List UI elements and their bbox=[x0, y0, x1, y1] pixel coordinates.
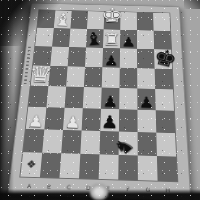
square-b2[interactable] bbox=[42, 129, 63, 153]
table-shadow-left bbox=[0, 0, 14, 200]
square-g4[interactable]: ♟ bbox=[137, 88, 155, 110]
square-g5[interactable] bbox=[137, 68, 155, 89]
square-f7[interactable]: ♟ bbox=[120, 30, 137, 49]
square-e1[interactable] bbox=[99, 154, 119, 179]
black-pawn[interactable]: ♟ bbox=[121, 35, 136, 49]
square-e5[interactable] bbox=[102, 67, 120, 88]
chessboard-photo: ♝♚♝♜♟♟♚♛♟♟♟♟♟♞❖ ABCDEFGH bbox=[0, 0, 200, 200]
square-c3[interactable]: ♟ bbox=[63, 108, 83, 131]
square-f6[interactable] bbox=[120, 48, 137, 68]
black-pawn[interactable]: ♟ bbox=[139, 95, 155, 111]
square-f4[interactable] bbox=[119, 88, 137, 110]
square-d4[interactable] bbox=[83, 87, 102, 109]
white-king[interactable]: ♚ bbox=[101, 6, 123, 26]
square-d6[interactable] bbox=[85, 47, 103, 67]
square-g2[interactable] bbox=[138, 132, 157, 156]
square-f3[interactable] bbox=[119, 109, 138, 132]
black-pawn[interactable]: ♟ bbox=[104, 54, 119, 68]
square-c6[interactable] bbox=[68, 47, 86, 67]
square-h3[interactable] bbox=[156, 110, 175, 133]
square-a5[interactable]: ♛ bbox=[31, 65, 51, 86]
square-c8[interactable] bbox=[70, 11, 88, 29]
square-c5[interactable] bbox=[66, 66, 85, 87]
square-d7[interactable]: ♝ bbox=[86, 29, 104, 48]
corner-ornament: ❖ bbox=[20, 152, 42, 177]
square-b4[interactable] bbox=[46, 86, 66, 108]
square-h2[interactable] bbox=[156, 133, 176, 157]
square-e7[interactable]: ♜ bbox=[103, 29, 120, 48]
square-c4[interactable] bbox=[65, 87, 84, 109]
square-b1[interactable] bbox=[40, 153, 61, 178]
square-b3[interactable] bbox=[44, 107, 64, 130]
square-g3[interactable] bbox=[137, 110, 156, 133]
square-d1[interactable] bbox=[79, 154, 99, 179]
square-a3[interactable]: ♟ bbox=[26, 107, 47, 130]
white-queen[interactable]: ♛ bbox=[28, 63, 54, 86]
partially-visible-white-piece bbox=[90, 184, 108, 200]
square-e6[interactable]: ♟ bbox=[102, 48, 120, 68]
table-shadow-top-right bbox=[184, 0, 200, 9]
square-e3[interactable]: ♟ bbox=[100, 109, 119, 132]
square-g7[interactable] bbox=[137, 30, 154, 49]
square-c2[interactable] bbox=[61, 130, 81, 154]
square-d3[interactable] bbox=[82, 108, 101, 131]
square-a1[interactable]: ❖ bbox=[20, 152, 42, 177]
white-pawn[interactable]: ♟ bbox=[27, 113, 44, 129]
square-f2[interactable]: ♞ bbox=[119, 132, 138, 156]
square-d5[interactable] bbox=[84, 67, 102, 88]
square-g1[interactable] bbox=[138, 155, 158, 180]
square-h4[interactable] bbox=[155, 89, 174, 111]
square-f1[interactable] bbox=[118, 155, 138, 180]
square-d2[interactable] bbox=[80, 130, 100, 154]
black-pawn[interactable]: ♟ bbox=[102, 94, 118, 109]
white-rook[interactable]: ♜ bbox=[102, 31, 121, 48]
square-h8[interactable] bbox=[153, 13, 170, 31]
square-h6[interactable]: ♚ bbox=[154, 49, 172, 69]
square-g8[interactable] bbox=[137, 12, 154, 30]
square-h1[interactable] bbox=[157, 156, 177, 181]
square-a4[interactable] bbox=[28, 86, 48, 108]
square-f5[interactable] bbox=[119, 68, 137, 89]
white-pawn[interactable]: ♟ bbox=[64, 114, 81, 130]
square-e4[interactable]: ♟ bbox=[101, 88, 120, 110]
black-pawn[interactable]: ♟ bbox=[101, 114, 119, 132]
square-e8[interactable]: ♚ bbox=[104, 12, 121, 30]
black-king[interactable]: ♚ bbox=[151, 45, 179, 71]
square-a2[interactable] bbox=[23, 129, 44, 153]
square-c1[interactable] bbox=[59, 153, 80, 178]
